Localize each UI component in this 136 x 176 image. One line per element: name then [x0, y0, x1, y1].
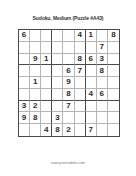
cell-r6c5-given-8: 8	[63, 89, 74, 101]
cell-r3c3-given-1: 1	[41, 54, 52, 66]
cell-r8c2-given-8: 8	[30, 112, 41, 124]
cell-r1c6-given-4: 4	[75, 30, 86, 42]
cell-r6c3-empty	[41, 89, 52, 101]
cell-r6c7-given-4: 4	[86, 89, 97, 101]
cell-r3c1-empty	[19, 54, 30, 66]
cell-r6c9-empty	[108, 89, 119, 101]
cell-r9c2-empty	[30, 124, 41, 136]
cell-r2c7-empty	[86, 42, 97, 54]
cell-r1c8-empty	[97, 30, 108, 42]
page-title: Sudoku, Medium (Puzzle #A43)	[0, 15, 136, 21]
cell-r8c1-given-9: 9	[19, 112, 30, 124]
cell-r4c3-empty	[41, 65, 52, 77]
cell-r9c8-empty	[97, 124, 108, 136]
cell-r4c9-empty	[108, 65, 119, 77]
cell-r5c8-empty	[97, 77, 108, 89]
cell-r6c1-empty	[19, 89, 30, 101]
cell-r6c2-empty	[30, 89, 41, 101]
cell-r2c1-empty	[19, 42, 30, 54]
cell-r7c9-empty	[108, 101, 119, 113]
cell-r2c5-empty	[63, 42, 74, 54]
cell-r4c1-empty	[19, 65, 30, 77]
cell-r8c8-empty	[97, 112, 108, 124]
cell-r5c1-empty	[19, 77, 30, 89]
cell-r5c5-given-9: 9	[63, 77, 74, 89]
cell-r3c4-empty	[52, 54, 63, 66]
cell-r8c7-empty	[86, 112, 97, 124]
cell-r2c9-empty	[108, 42, 119, 54]
cell-r9c7-given-7: 7	[86, 124, 97, 136]
cell-r4c2-empty	[30, 65, 41, 77]
cell-r5c3-empty	[41, 77, 52, 89]
cell-r1c1-given-6: 6	[19, 30, 30, 42]
cell-r5c4-empty	[52, 77, 63, 89]
cell-r1c2-empty	[30, 30, 41, 42]
cell-r4c8-given-8: 8	[97, 65, 108, 77]
footer-url: www.printsudoku.com	[0, 161, 136, 165]
cell-r9c9-empty	[108, 124, 119, 136]
cell-r7c8-empty	[97, 101, 108, 113]
cell-r2c6-empty	[75, 42, 86, 54]
cell-r5c7-empty	[86, 77, 97, 89]
cell-r5c6-empty	[75, 77, 86, 89]
cell-r3c7-given-6: 6	[86, 54, 97, 66]
cell-r9c6-empty	[75, 124, 86, 136]
cell-r9c1-empty	[19, 124, 30, 136]
cell-r6c8-given-6: 6	[97, 89, 108, 101]
cell-r7c7-empty	[86, 101, 97, 113]
cell-r4c6-given-7: 7	[75, 65, 86, 77]
cell-r8c3-empty	[41, 112, 52, 124]
cell-r3c9-empty	[108, 54, 119, 66]
cell-r7c1-given-3: 3	[19, 101, 30, 113]
cell-r5c2-given-1: 1	[30, 77, 41, 89]
cell-r6c6-empty	[75, 89, 86, 101]
cell-r3c5-empty	[63, 54, 74, 66]
cell-r9c4-given-8: 8	[52, 124, 63, 136]
cell-r7c2-given-2: 2	[30, 101, 41, 113]
cell-r2c2-empty	[30, 42, 41, 54]
cell-r8c5-empty	[63, 112, 74, 124]
cell-r1c4-empty	[52, 30, 63, 42]
cell-r8c6-empty	[75, 112, 86, 124]
sudoku-board: 6418791863678198463279834827	[18, 29, 120, 137]
cell-r3c2-given-9: 9	[30, 54, 41, 66]
cell-r3c6-given-8: 8	[75, 54, 86, 66]
cell-r7c6-empty	[75, 101, 86, 113]
cell-r9c3-given-4: 4	[41, 124, 52, 136]
cell-r1c3-empty	[41, 30, 52, 42]
cell-r9c5-given-2: 2	[63, 124, 74, 136]
cell-r1c5-empty	[63, 30, 74, 42]
cell-r4c4-empty	[52, 65, 63, 77]
cell-r2c4-empty	[52, 42, 63, 54]
cell-r5c9-empty	[108, 77, 119, 89]
cell-r1c9-given-8: 8	[108, 30, 119, 42]
cell-r4c5-given-6: 6	[63, 65, 74, 77]
cell-r8c4-given-3: 3	[52, 112, 63, 124]
cell-r7c4-empty	[52, 101, 63, 113]
cell-r8c9-empty	[108, 112, 119, 124]
cell-r6c4-empty	[52, 89, 63, 101]
cell-r3c8-given-3: 3	[97, 54, 108, 66]
cell-r7c5-given-7: 7	[63, 101, 74, 113]
cell-r4c7-empty	[86, 65, 97, 77]
cell-r7c3-empty	[41, 101, 52, 113]
cell-r2c3-empty	[41, 42, 52, 54]
cell-r2c8-given-7: 7	[97, 42, 108, 54]
cell-r1c7-given-1: 1	[86, 30, 97, 42]
